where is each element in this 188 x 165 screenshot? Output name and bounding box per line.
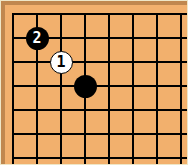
board-point[interactable] xyxy=(121,50,145,74)
board-point[interactable] xyxy=(121,98,145,122)
board-point[interactable] xyxy=(145,26,169,50)
board-point[interactable] xyxy=(145,146,169,165)
board-point[interactable] xyxy=(1,98,25,122)
board-point[interactable] xyxy=(1,122,25,146)
board-point[interactable] xyxy=(121,122,145,146)
board-point[interactable] xyxy=(97,50,121,74)
go-diagram: 21 xyxy=(0,0,188,165)
board-point[interactable] xyxy=(121,2,145,26)
board-point[interactable] xyxy=(73,146,97,165)
board-point[interactable] xyxy=(49,146,73,165)
board-point[interactable] xyxy=(25,50,49,74)
board-point[interactable] xyxy=(1,146,25,165)
board-point[interactable] xyxy=(25,122,49,146)
board-point[interactable] xyxy=(49,98,73,122)
board-point[interactable] xyxy=(169,98,188,122)
move-number-label: 1 xyxy=(56,55,65,70)
black-stone: 2 xyxy=(26,27,49,50)
board-point[interactable] xyxy=(121,26,145,50)
board-point[interactable] xyxy=(73,26,97,50)
black-stone xyxy=(74,75,97,98)
board-point[interactable] xyxy=(25,2,49,26)
board-point[interactable] xyxy=(25,98,49,122)
board-point[interactable] xyxy=(169,146,188,165)
board-point[interactable] xyxy=(1,26,25,50)
board-point[interactable] xyxy=(1,2,25,26)
board-point[interactable] xyxy=(121,146,145,165)
board-point[interactable] xyxy=(121,74,145,98)
move-number-label: 2 xyxy=(32,31,41,46)
board-point[interactable] xyxy=(169,50,188,74)
board-point[interactable] xyxy=(73,2,97,26)
board-point[interactable]: 1 xyxy=(49,50,73,74)
board-point[interactable] xyxy=(73,74,97,98)
board-point[interactable] xyxy=(73,50,97,74)
board-point[interactable] xyxy=(145,50,169,74)
board-point[interactable]: 2 xyxy=(25,26,49,50)
board-point[interactable] xyxy=(49,2,73,26)
board-point[interactable] xyxy=(1,74,25,98)
board-point[interactable] xyxy=(97,74,121,98)
board-point[interactable] xyxy=(169,74,188,98)
board-point[interactable] xyxy=(97,146,121,165)
board-point[interactable] xyxy=(73,122,97,146)
board-point[interactable] xyxy=(97,122,121,146)
board-point[interactable] xyxy=(169,26,188,50)
board-point[interactable] xyxy=(97,26,121,50)
board-point[interactable] xyxy=(73,98,97,122)
white-stone: 1 xyxy=(50,51,73,74)
board-point[interactable] xyxy=(25,74,49,98)
board-point[interactable] xyxy=(49,74,73,98)
board-point[interactable] xyxy=(97,2,121,26)
board-point[interactable] xyxy=(25,146,49,165)
board-point[interactable] xyxy=(49,26,73,50)
board-point[interactable] xyxy=(145,74,169,98)
board-point[interactable] xyxy=(169,122,188,146)
board-point[interactable] xyxy=(145,98,169,122)
board-point[interactable] xyxy=(169,2,188,26)
board-point[interactable] xyxy=(1,50,25,74)
board-point[interactable] xyxy=(97,98,121,122)
board-point[interactable] xyxy=(145,122,169,146)
board-point[interactable] xyxy=(49,122,73,146)
go-board: 21 xyxy=(1,2,188,165)
board-point[interactable] xyxy=(145,2,169,26)
